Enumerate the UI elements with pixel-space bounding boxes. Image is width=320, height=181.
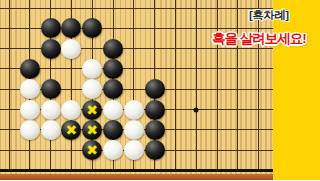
stone-black[interactable] xyxy=(41,18,61,38)
grid-line-v xyxy=(175,0,176,171)
grid-line-h xyxy=(0,68,273,69)
stone-black[interactable] xyxy=(82,18,102,38)
x-mark-icon: ✖ xyxy=(86,143,98,157)
stone-white[interactable] xyxy=(41,100,61,120)
grid-line-v xyxy=(237,0,238,171)
stone-white[interactable] xyxy=(20,79,40,99)
board-side-wood xyxy=(0,174,273,181)
grid-line-v xyxy=(217,0,218,171)
stone-black-marked[interactable]: ✖ xyxy=(82,140,102,160)
stone-black[interactable] xyxy=(103,59,123,79)
stone-white[interactable] xyxy=(103,100,123,120)
stone-black[interactable] xyxy=(103,79,123,99)
stone-black[interactable] xyxy=(145,120,165,140)
stone-white[interactable] xyxy=(20,100,40,120)
stone-black-marked[interactable]: ✖ xyxy=(82,100,102,120)
x-mark-icon: ✖ xyxy=(86,123,98,137)
stone-black[interactable] xyxy=(145,79,165,99)
grid-line-v xyxy=(258,0,259,171)
stone-black[interactable] xyxy=(145,100,165,120)
x-mark-icon: ✖ xyxy=(66,123,78,137)
side-panel xyxy=(273,0,320,180)
stone-black[interactable] xyxy=(103,120,123,140)
stone-black[interactable] xyxy=(145,140,165,160)
stone-black[interactable] xyxy=(41,79,61,99)
stone-white[interactable] xyxy=(124,140,144,160)
stone-white[interactable] xyxy=(61,100,81,120)
stone-white[interactable] xyxy=(82,79,102,99)
stone-black-marked[interactable]: ✖ xyxy=(82,120,102,140)
x-mark-icon: ✖ xyxy=(86,103,98,117)
grid-line-v xyxy=(196,0,197,171)
star-point xyxy=(194,107,199,112)
stone-white[interactable] xyxy=(124,100,144,120)
stone-white[interactable] xyxy=(61,39,81,59)
stone-black[interactable] xyxy=(61,18,81,38)
stone-white[interactable] xyxy=(82,59,102,79)
board-bottom-edge-line xyxy=(0,169,273,172)
grid-line-v xyxy=(9,0,10,171)
screenshot-root: ✖✖✖✖ [흑차례] 흑을 살려보세요! xyxy=(0,0,320,180)
stone-white[interactable] xyxy=(20,120,40,140)
puzzle-instruction: 흑을 살려보세요! xyxy=(212,30,320,48)
turn-indicator: [흑차례] xyxy=(249,8,319,23)
stone-white[interactable] xyxy=(41,120,61,140)
go-board[interactable]: ✖✖✖✖ xyxy=(0,0,273,180)
stone-black[interactable] xyxy=(41,39,61,59)
stone-black-marked[interactable]: ✖ xyxy=(61,120,81,140)
stone-black[interactable] xyxy=(103,39,123,59)
stone-white[interactable] xyxy=(124,120,144,140)
grid-line-h xyxy=(0,8,273,9)
stone-white[interactable] xyxy=(103,140,123,160)
stone-black[interactable] xyxy=(20,59,40,79)
